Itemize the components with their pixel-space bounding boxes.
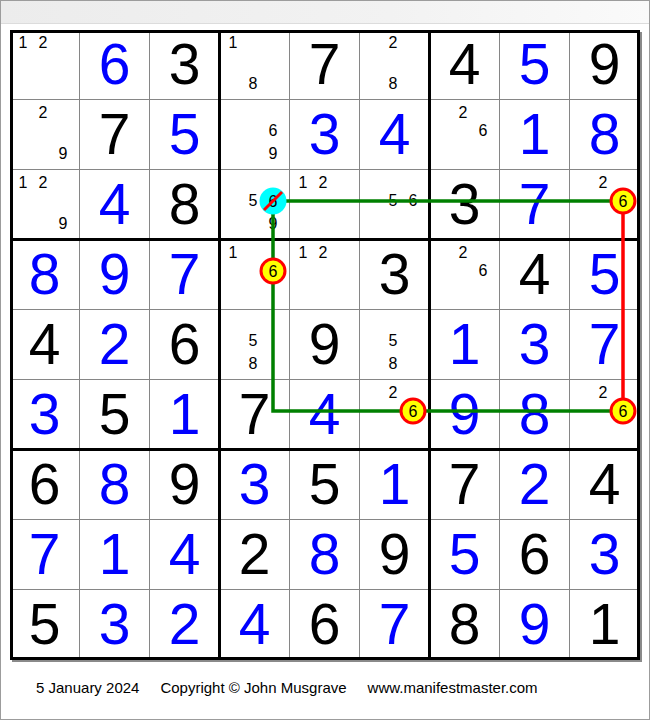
cell-r6c3[interactable]: 1 xyxy=(150,380,220,450)
candidate-8: 8 xyxy=(389,76,398,92)
cell-r4c1[interactable]: 8 xyxy=(10,240,80,310)
cell-r3c4[interactable]: 569 xyxy=(220,170,290,240)
cell-r1c2[interactable]: 6 xyxy=(80,30,150,100)
cell-r8c9[interactable]: 3 xyxy=(570,520,640,590)
cell-r8c1[interactable]: 7 xyxy=(10,520,80,590)
solved-digit: 3 xyxy=(80,590,149,659)
candidate-2: 2 xyxy=(319,175,328,191)
block-border-v-1 xyxy=(218,30,221,660)
solved-digit: 7 xyxy=(570,310,639,379)
solved-digit: 7 xyxy=(360,590,429,659)
candidate-8: 8 xyxy=(249,76,258,92)
candidate-2: 2 xyxy=(39,35,48,51)
cell-r2c7[interactable]: 26 xyxy=(430,100,500,170)
cell-r7c7[interactable]: 7 xyxy=(430,450,500,520)
cell-r4c3[interactable]: 7 xyxy=(150,240,220,310)
window-titlebar xyxy=(1,1,649,24)
cell-r6c7[interactable]: 9 xyxy=(430,380,500,450)
cell-r3c1[interactable]: 129 xyxy=(10,170,80,240)
block-border-h-2 xyxy=(10,448,640,451)
cell-r4c7[interactable]: 26 xyxy=(430,240,500,310)
solved-digit: 3 xyxy=(290,100,359,169)
candidate-2: 2 xyxy=(459,245,468,261)
cell-r5c9[interactable]: 7 xyxy=(570,310,640,380)
cell-r4c5[interactable]: 12 xyxy=(290,240,360,310)
block-border-h-0 xyxy=(10,30,640,33)
given-digit: 9 xyxy=(290,310,359,379)
cell-r1c9[interactable]: 9 xyxy=(570,30,640,100)
solved-digit: 8 xyxy=(290,520,359,589)
solved-digit: 5 xyxy=(500,30,569,99)
candidate-9: 9 xyxy=(59,216,68,232)
solved-digit: 4 xyxy=(80,170,149,239)
given-digit: 2 xyxy=(220,520,289,589)
cell-r3c5[interactable]: 12 xyxy=(290,170,360,240)
given-digit: 5 xyxy=(80,380,149,449)
candidate-6: 6 xyxy=(269,123,278,139)
given-digit: 6 xyxy=(10,450,79,519)
solved-digit: 2 xyxy=(500,450,569,519)
cell-r5c8[interactable]: 3 xyxy=(500,310,570,380)
candidate-2: 2 xyxy=(39,105,48,121)
given-digit: 4 xyxy=(430,30,499,99)
candidate-2: 2 xyxy=(389,35,398,51)
solved-digit: 5 xyxy=(430,520,499,589)
solved-digit: 1 xyxy=(430,310,499,379)
cell-r7c1[interactable]: 6 xyxy=(10,450,80,520)
cell-r4c2[interactable]: 9 xyxy=(80,240,150,310)
cell-r9c9[interactable]: 1 xyxy=(570,590,640,660)
candidate-1: 1 xyxy=(299,245,308,261)
candidate-8: 8 xyxy=(389,356,398,372)
solved-digit: 8 xyxy=(500,380,569,449)
cell-r3c3[interactable]: 8 xyxy=(150,170,220,240)
cell-r4c4[interactable]: 16 xyxy=(220,240,290,310)
candidate-9: 9 xyxy=(59,146,68,162)
cell-r2c1[interactable]: 29 xyxy=(10,100,80,170)
cell-r7c8[interactable]: 2 xyxy=(500,450,570,520)
candidate-5: 5 xyxy=(389,193,398,209)
cell-r9c1[interactable]: 5 xyxy=(10,590,80,660)
cell-r5c7[interactable]: 1 xyxy=(430,310,500,380)
cell-r2c6[interactable]: 4 xyxy=(360,100,430,170)
given-digit: 7 xyxy=(220,380,289,449)
cell-r3c6[interactable]: 56 xyxy=(360,170,430,240)
cell-r6c8[interactable]: 8 xyxy=(500,380,570,450)
cell-r2c3[interactable]: 5 xyxy=(150,100,220,170)
solved-digit: 8 xyxy=(10,240,79,309)
solved-digit: 9 xyxy=(500,590,569,659)
candidate-2: 2 xyxy=(459,105,468,121)
given-digit: 9 xyxy=(570,30,639,99)
solved-digit: 8 xyxy=(570,100,639,169)
cell-r7c6[interactable]: 1 xyxy=(360,450,430,520)
cell-r7c3[interactable]: 9 xyxy=(150,450,220,520)
given-digit: 1 xyxy=(570,590,639,659)
solved-digit: 7 xyxy=(150,240,219,309)
candidate-9: 9 xyxy=(269,216,278,232)
candidate-6: 6 xyxy=(409,403,418,419)
footer-website: www.manifestmaster.com xyxy=(368,679,538,696)
solved-digit: 5 xyxy=(570,240,639,309)
solved-digit: 1 xyxy=(360,450,429,519)
cell-r1c8[interactable]: 5 xyxy=(500,30,570,100)
app-window: 1263187284592975693426181294856912563726… xyxy=(0,0,650,720)
candidate-6: 6 xyxy=(619,403,628,419)
cell-r6c6[interactable]: 26 xyxy=(360,380,430,450)
cell-r4c9[interactable]: 5 xyxy=(570,240,640,310)
cell-r2c5[interactable]: 3 xyxy=(290,100,360,170)
given-digit: 7 xyxy=(430,450,499,519)
candidate-6: 6 xyxy=(479,263,488,279)
cell-r1c3[interactable]: 3 xyxy=(150,30,220,100)
solved-digit: 4 xyxy=(290,380,359,449)
candidate-2: 2 xyxy=(389,385,398,401)
solved-digit: 3 xyxy=(500,310,569,379)
cell-r1c5[interactable]: 7 xyxy=(290,30,360,100)
given-digit: 9 xyxy=(150,450,219,519)
cell-r2c9[interactable]: 8 xyxy=(570,100,640,170)
cell-r9c4[interactable]: 4 xyxy=(220,590,290,660)
given-digit: 5 xyxy=(290,450,359,519)
solved-digit: 3 xyxy=(220,450,289,519)
footer-copyright: Copyright © John Musgrave xyxy=(160,679,346,696)
cell-r9c2[interactable]: 3 xyxy=(80,590,150,660)
given-digit: 3 xyxy=(150,30,219,99)
candidate-1: 1 xyxy=(19,175,28,191)
candidate-1: 1 xyxy=(229,35,238,51)
candidate-5: 5 xyxy=(389,333,398,349)
cell-r3c2[interactable]: 4 xyxy=(80,170,150,240)
cell-r5c6[interactable]: 58 xyxy=(360,310,430,380)
given-digit: 3 xyxy=(360,240,429,309)
cell-r6c9[interactable]: 26 xyxy=(570,380,640,450)
solved-digit: 2 xyxy=(150,590,219,659)
cell-r5c5[interactable]: 9 xyxy=(290,310,360,380)
solved-digit: 7 xyxy=(500,170,569,239)
cell-r1c7[interactable]: 4 xyxy=(430,30,500,100)
given-digit: 5 xyxy=(10,590,79,659)
given-digit: 4 xyxy=(10,310,79,379)
block-border-v-3 xyxy=(637,30,640,660)
cell-r9c6[interactable]: 7 xyxy=(360,590,430,660)
cell-r3c7[interactable]: 3 xyxy=(430,170,500,240)
cell-r4c6[interactable]: 3 xyxy=(360,240,430,310)
footer: 5 January 2024 Copyright © John Musgrave… xyxy=(36,679,538,696)
solved-digit: 3 xyxy=(10,380,79,449)
solved-digit: 4 xyxy=(360,100,429,169)
solved-digit: 1 xyxy=(80,520,149,589)
cell-r5c4[interactable]: 58 xyxy=(220,310,290,380)
solved-digit: 6 xyxy=(80,30,149,99)
block-border-h-1 xyxy=(10,238,640,241)
given-digit: 3 xyxy=(430,170,499,239)
cell-r8c8[interactable]: 6 xyxy=(500,520,570,590)
board: 1263187284592975693426181294856912563726… xyxy=(10,30,640,660)
cell-r8c5[interactable]: 8 xyxy=(290,520,360,590)
candidate-2: 2 xyxy=(319,245,328,261)
given-digit: 4 xyxy=(500,240,569,309)
solved-digit: 9 xyxy=(430,380,499,449)
cell-r6c5[interactable]: 4 xyxy=(290,380,360,450)
cell-r1c6[interactable]: 28 xyxy=(360,30,430,100)
cell-r7c4[interactable]: 3 xyxy=(220,450,290,520)
cell-r1c1[interactable]: 12 xyxy=(10,30,80,100)
candidate-6: 6 xyxy=(269,193,278,209)
candidate-2: 2 xyxy=(599,385,608,401)
candidate-6: 6 xyxy=(479,123,488,139)
block-border-v-2 xyxy=(428,30,431,660)
cell-r2c2[interactable]: 7 xyxy=(80,100,150,170)
cell-r9c5[interactable]: 6 xyxy=(290,590,360,660)
given-digit: 6 xyxy=(500,520,569,589)
cell-r9c7[interactable]: 8 xyxy=(430,590,500,660)
solved-digit: 4 xyxy=(220,590,289,659)
candidate-6: 6 xyxy=(269,263,278,279)
candidate-1: 1 xyxy=(299,175,308,191)
solved-digit: 1 xyxy=(500,100,569,169)
candidate-6: 6 xyxy=(619,193,628,209)
cell-r4c8[interactable]: 4 xyxy=(500,240,570,310)
cell-r2c4[interactable]: 69 xyxy=(220,100,290,170)
cell-r6c4[interactable]: 7 xyxy=(220,380,290,450)
solved-digit: 9 xyxy=(80,240,149,309)
block-border-v-0 xyxy=(10,30,13,660)
cell-r3c8[interactable]: 7 xyxy=(500,170,570,240)
candidate-2: 2 xyxy=(39,175,48,191)
cell-r8c2[interactable]: 1 xyxy=(80,520,150,590)
given-digit: 8 xyxy=(150,170,219,239)
given-digit: 6 xyxy=(150,310,219,379)
cell-r9c8[interactable]: 9 xyxy=(500,590,570,660)
given-digit: 9 xyxy=(360,520,429,589)
cell-r8c7[interactable]: 5 xyxy=(430,520,500,590)
candidate-2: 2 xyxy=(599,175,608,191)
footer-date: 5 January 2024 xyxy=(36,679,139,696)
cell-r5c1[interactable]: 4 xyxy=(10,310,80,380)
candidate-9: 9 xyxy=(269,146,278,162)
cell-r5c3[interactable]: 6 xyxy=(150,310,220,380)
given-digit: 8 xyxy=(430,590,499,659)
solved-digit: 1 xyxy=(150,380,219,449)
candidate-5: 5 xyxy=(249,193,258,209)
given-digit: 7 xyxy=(290,30,359,99)
cell-r3c9[interactable]: 26 xyxy=(570,170,640,240)
candidate-6: 6 xyxy=(409,193,418,209)
solved-digit: 3 xyxy=(570,520,639,589)
cell-r2c8[interactable]: 1 xyxy=(500,100,570,170)
cell-r6c2[interactable]: 5 xyxy=(80,380,150,450)
cell-r6c1[interactable]: 3 xyxy=(10,380,80,450)
candidate-1: 1 xyxy=(19,35,28,51)
cells: 1263187284592975693426181294856912563726… xyxy=(10,30,640,660)
cell-r7c5[interactable]: 5 xyxy=(290,450,360,520)
cell-r7c2[interactable]: 8 xyxy=(80,450,150,520)
candidate-5: 5 xyxy=(249,333,258,349)
candidate-8: 8 xyxy=(249,356,258,372)
solved-digit: 2 xyxy=(80,310,149,379)
solved-digit: 4 xyxy=(150,520,219,589)
given-digit: 7 xyxy=(80,100,149,169)
cell-r9c3[interactable]: 2 xyxy=(150,590,220,660)
cell-r5c2[interactable]: 2 xyxy=(80,310,150,380)
cell-r1c4[interactable]: 18 xyxy=(220,30,290,100)
cell-r8c4[interactable]: 2 xyxy=(220,520,290,590)
solved-digit: 5 xyxy=(150,100,219,169)
given-digit: 4 xyxy=(570,450,639,519)
solved-digit: 7 xyxy=(10,520,79,589)
given-digit: 6 xyxy=(290,590,359,659)
solved-digit: 8 xyxy=(80,450,149,519)
cell-r8c6[interactable]: 9 xyxy=(360,520,430,590)
block-border-h-3 xyxy=(10,657,640,660)
cell-r7c9[interactable]: 4 xyxy=(570,450,640,520)
cell-r8c3[interactable]: 4 xyxy=(150,520,220,590)
candidate-1: 1 xyxy=(229,245,238,261)
